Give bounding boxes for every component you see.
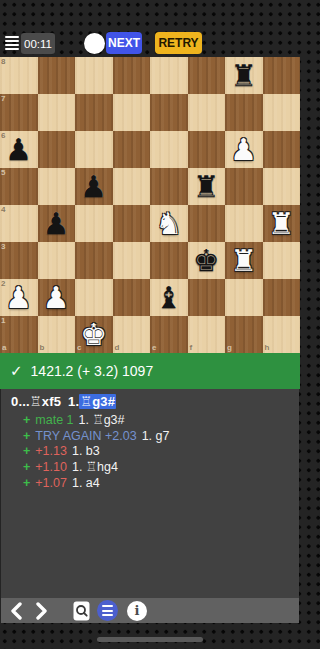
square-c3[interactable] (75, 242, 113, 279)
square-b7[interactable] (38, 94, 76, 131)
file-label-e: e (152, 344, 156, 352)
square-g1[interactable]: g (225, 316, 263, 353)
square-d1[interactable]: d (113, 316, 151, 353)
file-label-d: d (115, 344, 120, 352)
square-d2[interactable] (113, 279, 151, 316)
square-c4[interactable] (75, 205, 113, 242)
best-move-highlighted[interactable]: ♖g3# (79, 394, 116, 409)
file-label-a: a (2, 344, 6, 352)
analysis-line-3[interactable]: ++1.131. b3 (23, 443, 299, 459)
square-e1[interactable]: e (150, 316, 188, 353)
square-h2[interactable] (263, 279, 301, 316)
square-g6[interactable]: ♟ (225, 131, 263, 168)
square-a6[interactable]: 6♟ (0, 131, 38, 168)
rating-text: 1421.2 (+ 3.2) 1097 (31, 363, 154, 379)
chess-board: 8♜76♟♟5♟♜4♟♞♜3♚♜2♟♟♝1abc♚defgh (0, 57, 300, 353)
square-g5[interactable] (225, 168, 263, 205)
square-c2[interactable] (75, 279, 113, 316)
rank-label-3: 3 (1, 243, 5, 251)
square-e4[interactable]: ♞ (150, 205, 188, 242)
square-b6[interactable] (38, 131, 76, 168)
move-text: 1. a4 (72, 476, 100, 490)
expand-icon[interactable]: + (23, 476, 30, 490)
timer-display: 00:11 (21, 33, 55, 54)
square-d4[interactable] (113, 205, 151, 242)
square-f3[interactable]: ♚ (188, 242, 226, 279)
square-a5[interactable]: 5 (0, 168, 38, 205)
expand-icon[interactable]: + (23, 413, 30, 427)
square-a4[interactable]: 4 (0, 205, 38, 242)
square-b1[interactable]: b (38, 316, 76, 353)
square-a3[interactable]: 3 (0, 242, 38, 279)
eval-text: +1.13 (35, 444, 67, 458)
square-h6[interactable] (263, 131, 301, 168)
move-text: 1. g7 (142, 429, 170, 443)
square-e6[interactable] (150, 131, 188, 168)
menu-icon[interactable] (5, 36, 19, 50)
main-line[interactable]: 0...♖xf51.♖g3# (11, 394, 299, 409)
eval-text: TRY AGAIN +2.03 (35, 429, 136, 443)
square-a1[interactable]: 1a (0, 316, 38, 353)
square-b4[interactable]: ♟ (38, 205, 76, 242)
square-a2[interactable]: 2♟ (0, 279, 38, 316)
move-list-icon[interactable] (97, 600, 118, 621)
alternative-lines: +mate 11. ♖g3#+TRY AGAIN +2.031. g7++1.1… (1, 412, 299, 490)
home-indicator[interactable] (97, 637, 203, 642)
square-e5[interactable] (150, 168, 188, 205)
black-pawn: ♟ (38, 205, 76, 242)
square-c8[interactable] (75, 57, 113, 94)
side-to-move-indicator (84, 33, 105, 54)
check-icon: ✓ (10, 362, 23, 380)
rank-label-5: 5 (1, 169, 5, 177)
white-rook: ♜ (225, 242, 263, 279)
rank-label-2: 2 (1, 280, 5, 288)
square-g4[interactable] (225, 205, 263, 242)
square-b2[interactable]: ♟ (38, 279, 76, 316)
square-a8[interactable]: 8 (0, 57, 38, 94)
result-bar: ✓ 1421.2 (+ 3.2) 1097 (0, 353, 300, 389)
black-pawn: ♟ (0, 131, 38, 168)
analysis-line-5[interactable]: ++1.071. a4 (23, 475, 299, 491)
white-pawn: ♟ (38, 279, 76, 316)
eval-text: mate 1 (35, 413, 73, 427)
black-rook: ♜ (225, 57, 263, 94)
black-bishop: ♝ (150, 279, 188, 316)
chevron-left-icon[interactable] (8, 602, 24, 620)
info-icon[interactable]: i (127, 601, 147, 621)
next-button[interactable]: NEXT (106, 32, 142, 54)
rank-label-7: 7 (1, 95, 5, 103)
square-e7[interactable] (150, 94, 188, 131)
square-h8[interactable] (263, 57, 301, 94)
square-f7[interactable] (188, 94, 226, 131)
analysis-panel: 0...♖xf51.♖g3# +mate 11. ♖g3#+TRY AGAIN … (1, 389, 299, 598)
black-rook: ♜ (188, 168, 226, 205)
square-h3[interactable] (263, 242, 301, 279)
square-h1[interactable]: h (263, 316, 301, 353)
analysis-line-1[interactable]: +mate 11. ♖g3# (23, 412, 299, 428)
square-g7[interactable] (225, 94, 263, 131)
square-f4[interactable] (188, 205, 226, 242)
white-rook: ♜ (263, 205, 301, 242)
white-pawn: ♟ (225, 131, 263, 168)
square-d5[interactable] (113, 168, 151, 205)
expand-icon[interactable]: + (23, 460, 30, 474)
square-d3[interactable] (113, 242, 151, 279)
square-c7[interactable] (75, 94, 113, 131)
square-b8[interactable] (38, 57, 76, 94)
square-h7[interactable] (263, 94, 301, 131)
square-f1[interactable]: f (188, 316, 226, 353)
rank-label-1: 1 (1, 317, 5, 325)
move-text: 1. ♖g3# (79, 412, 125, 427)
retry-button[interactable]: RETRY (155, 32, 202, 54)
square-c6[interactable] (75, 131, 113, 168)
square-c5[interactable]: ♟ (75, 168, 113, 205)
square-a7[interactable]: 7 (0, 94, 38, 131)
square-g3[interactable]: ♜ (225, 242, 263, 279)
move-number: 1. (68, 394, 79, 409)
square-g8[interactable]: ♜ (225, 57, 263, 94)
square-h5[interactable] (263, 168, 301, 205)
expand-icon[interactable]: + (23, 429, 30, 443)
move-text: 1. ♖hg4 (72, 459, 118, 474)
bottom-toolbar: i (1, 598, 299, 623)
square-d6[interactable] (113, 131, 151, 168)
rank-label-6: 6 (1, 132, 5, 140)
file-label-g: g (227, 344, 232, 352)
square-f8[interactable] (188, 57, 226, 94)
square-e2[interactable]: ♝ (150, 279, 188, 316)
file-label-f: f (190, 344, 193, 352)
black-king: ♚ (188, 242, 226, 279)
black-pawn: ♟ (75, 168, 113, 205)
white-knight: ♞ (150, 205, 188, 242)
file-label-h: h (265, 344, 270, 352)
square-b3[interactable] (38, 242, 76, 279)
document-search-icon[interactable] (73, 601, 90, 621)
square-h4[interactable]: ♜ (263, 205, 301, 242)
square-d7[interactable] (113, 94, 151, 131)
top-bar: 00:11 NEXT RETRY (0, 0, 300, 57)
expand-icon[interactable]: + (23, 444, 30, 458)
square-g2[interactable] (225, 279, 263, 316)
file-label-c: c (77, 344, 81, 352)
eval-text: +1.10 (35, 460, 67, 474)
file-label-b: b (40, 344, 45, 352)
square-d8[interactable] (113, 57, 151, 94)
rank-label-8: 8 (1, 58, 5, 66)
square-f5[interactable]: ♜ (188, 168, 226, 205)
square-e8[interactable] (150, 57, 188, 94)
square-e3[interactable] (150, 242, 188, 279)
move-text: 1. b3 (72, 444, 100, 458)
eval-text: +1.07 (35, 476, 67, 490)
square-c1[interactable]: c♚ (75, 316, 113, 353)
analysis-line-2[interactable]: +TRY AGAIN +2.031. g7 (23, 428, 299, 444)
white-pawn: ♟ (0, 279, 38, 316)
square-f6[interactable] (188, 131, 226, 168)
played-move: 0...♖xf5 (11, 394, 61, 409)
chevron-right-icon[interactable] (34, 602, 50, 620)
rank-label-4: 4 (1, 206, 5, 214)
square-f2[interactable] (188, 279, 226, 316)
square-b5[interactable] (38, 168, 76, 205)
analysis-line-4[interactable]: ++1.101. ♖hg4 (23, 459, 299, 475)
